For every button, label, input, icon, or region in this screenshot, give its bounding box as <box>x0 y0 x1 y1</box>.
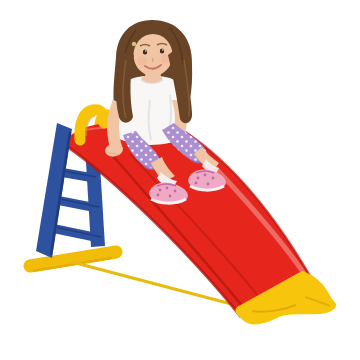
eye-glint-right <box>162 49 163 50</box>
eye-right <box>160 48 164 53</box>
eye-glint-left <box>145 50 146 51</box>
cheek-right <box>161 55 170 64</box>
product-photo: Studio product photo: toddler girl with … <box>0 0 360 360</box>
cheek-left <box>138 57 147 66</box>
slide-illustration: Studio product photo: toddler girl with … <box>0 0 360 360</box>
eye-left <box>143 49 147 54</box>
hair-clip <box>132 42 136 46</box>
